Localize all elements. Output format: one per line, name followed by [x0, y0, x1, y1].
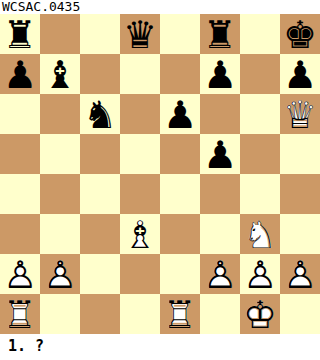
- square-a6[interactable]: [0, 94, 40, 134]
- black-piece-glyph: ♛: [120, 14, 160, 54]
- black-knight: ♞: [80, 94, 120, 134]
- square-d6[interactable]: [120, 94, 160, 134]
- square-f6[interactable]: [200, 94, 240, 134]
- square-a7[interactable]: ♟: [0, 54, 40, 94]
- square-f1[interactable]: [200, 294, 240, 334]
- square-b8[interactable]: [40, 14, 80, 54]
- square-a2[interactable]: ♟♙: [0, 254, 40, 294]
- white-bishop: ♝♗: [120, 214, 160, 254]
- puzzle-id-title: WCSAC.0435: [0, 0, 320, 14]
- black-king: ♚: [280, 14, 320, 54]
- square-e6[interactable]: ♟: [160, 94, 200, 134]
- square-e2[interactable]: [160, 254, 200, 294]
- square-b1[interactable]: [40, 294, 80, 334]
- square-d5[interactable]: [120, 134, 160, 174]
- chess-board: ♜♛♜♚♟♝♟♟♞♟♛♕♟♝♗♞♘♟♙♟♙♟♙♟♙♟♙♜♖♜♖♚♔: [0, 14, 320, 334]
- chess-diagram-page: WCSAC.0435 ♜♛♜♚♟♝♟♟♞♟♛♕♟♝♗♞♘♟♙♟♙♟♙♟♙♟♙♜♖…: [0, 0, 320, 360]
- square-g2[interactable]: ♟♙: [240, 254, 280, 294]
- square-h7[interactable]: ♟: [280, 54, 320, 94]
- square-h5[interactable]: [280, 134, 320, 174]
- black-piece-glyph: ♜: [0, 14, 40, 54]
- black-piece-glyph: ♟: [280, 54, 320, 94]
- square-e5[interactable]: [160, 134, 200, 174]
- white-pawn: ♟♙: [200, 254, 240, 294]
- square-d2[interactable]: [120, 254, 160, 294]
- square-c2[interactable]: [80, 254, 120, 294]
- white-piece-outline: ♗: [120, 214, 160, 254]
- white-queen: ♛♕: [280, 94, 320, 134]
- white-piece-outline: ♙: [200, 254, 240, 294]
- square-b6[interactable]: [40, 94, 80, 134]
- square-b4[interactable]: [40, 174, 80, 214]
- move-prompt: 1. ?: [0, 334, 320, 360]
- white-pawn: ♟♙: [40, 254, 80, 294]
- white-piece-outline: ♕: [280, 94, 320, 134]
- square-c6[interactable]: ♞: [80, 94, 120, 134]
- white-rook: ♜♖: [160, 294, 200, 334]
- square-g5[interactable]: [240, 134, 280, 174]
- black-pawn: ♟: [280, 54, 320, 94]
- white-piece-outline: ♘: [240, 214, 280, 254]
- black-piece-glyph: ♟: [160, 94, 200, 134]
- square-a5[interactable]: [0, 134, 40, 174]
- square-a1[interactable]: ♜♖: [0, 294, 40, 334]
- square-f4[interactable]: [200, 174, 240, 214]
- square-d1[interactable]: [120, 294, 160, 334]
- black-piece-glyph: ♚: [280, 14, 320, 54]
- white-piece-outline: ♖: [0, 294, 40, 334]
- square-b2[interactable]: ♟♙: [40, 254, 80, 294]
- square-g8[interactable]: [240, 14, 280, 54]
- square-g3[interactable]: ♞♘: [240, 214, 280, 254]
- square-d4[interactable]: [120, 174, 160, 214]
- white-pawn: ♟♙: [240, 254, 280, 294]
- square-f7[interactable]: ♟: [200, 54, 240, 94]
- square-e8[interactable]: [160, 14, 200, 54]
- black-piece-glyph: ♟: [200, 54, 240, 94]
- white-pawn: ♟♙: [0, 254, 40, 294]
- black-pawn: ♟: [200, 134, 240, 174]
- black-queen: ♛: [120, 14, 160, 54]
- white-rook: ♜♖: [0, 294, 40, 334]
- square-e7[interactable]: [160, 54, 200, 94]
- square-h1[interactable]: [280, 294, 320, 334]
- square-f8[interactable]: ♜: [200, 14, 240, 54]
- black-piece-glyph: ♞: [80, 94, 120, 134]
- square-e1[interactable]: ♜♖: [160, 294, 200, 334]
- square-c7[interactable]: [80, 54, 120, 94]
- black-piece-glyph: ♝: [40, 54, 80, 94]
- square-e3[interactable]: [160, 214, 200, 254]
- black-pawn: ♟: [200, 54, 240, 94]
- black-piece-glyph: ♟: [0, 54, 40, 94]
- white-piece-outline: ♙: [240, 254, 280, 294]
- black-pawn: ♟: [0, 54, 40, 94]
- square-f5[interactable]: ♟: [200, 134, 240, 174]
- square-c4[interactable]: [80, 174, 120, 214]
- square-e4[interactable]: [160, 174, 200, 214]
- square-c3[interactable]: [80, 214, 120, 254]
- square-b5[interactable]: [40, 134, 80, 174]
- white-piece-outline: ♙: [40, 254, 80, 294]
- square-f3[interactable]: [200, 214, 240, 254]
- square-c8[interactable]: [80, 14, 120, 54]
- square-b7[interactable]: ♝: [40, 54, 80, 94]
- white-piece-outline: ♖: [160, 294, 200, 334]
- black-piece-glyph: ♜: [200, 14, 240, 54]
- white-piece-outline: ♔: [240, 294, 280, 334]
- black-pawn: ♟: [160, 94, 200, 134]
- square-g1[interactable]: ♚♔: [240, 294, 280, 334]
- black-rook: ♜: [200, 14, 240, 54]
- square-c1[interactable]: [80, 294, 120, 334]
- white-piece-outline: ♙: [280, 254, 320, 294]
- square-d7[interactable]: [120, 54, 160, 94]
- white-pawn: ♟♙: [280, 254, 320, 294]
- square-f2[interactable]: ♟♙: [200, 254, 240, 294]
- square-a3[interactable]: [0, 214, 40, 254]
- square-g7[interactable]: [240, 54, 280, 94]
- white-piece-outline: ♙: [0, 254, 40, 294]
- black-piece-glyph: ♟: [200, 134, 240, 174]
- square-c5[interactable]: [80, 134, 120, 174]
- square-h3[interactable]: [280, 214, 320, 254]
- square-d8[interactable]: ♛: [120, 14, 160, 54]
- square-a4[interactable]: [0, 174, 40, 214]
- square-d3[interactable]: ♝♗: [120, 214, 160, 254]
- white-knight: ♞♘: [240, 214, 280, 254]
- square-h2[interactable]: ♟♙: [280, 254, 320, 294]
- white-king: ♚♔: [240, 294, 280, 334]
- square-b3[interactable]: [40, 214, 80, 254]
- square-g4[interactable]: [240, 174, 280, 214]
- square-h4[interactable]: [280, 174, 320, 214]
- square-g6[interactable]: [240, 94, 280, 134]
- black-bishop: ♝: [40, 54, 80, 94]
- square-a8[interactable]: ♜: [0, 14, 40, 54]
- black-rook: ♜: [0, 14, 40, 54]
- square-h8[interactable]: ♚: [280, 14, 320, 54]
- square-h6[interactable]: ♛♕: [280, 94, 320, 134]
